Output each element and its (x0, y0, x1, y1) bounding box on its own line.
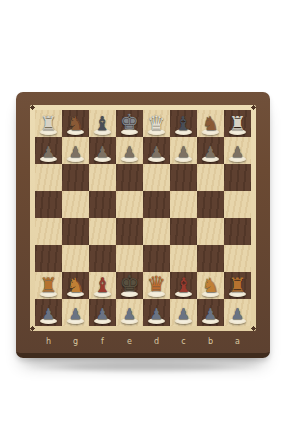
square-e5 (116, 218, 143, 245)
greek-pawn-glyph: ♟ (204, 145, 217, 160)
square-g6 (62, 245, 89, 272)
square-b7: ♞ (197, 272, 224, 299)
square-h8: ♟ (35, 299, 62, 326)
trojan-rook-tower-glyph: ♜ (40, 275, 58, 295)
square-f8: ♟ (89, 299, 116, 326)
square-b5 (197, 218, 224, 245)
greek-rook-ship-glyph: ♜ (229, 114, 246, 133)
trojan-pawn-glyph: ♟ (69, 307, 82, 322)
square-h3 (35, 164, 62, 191)
file-coordinates: hgfedcba (35, 336, 251, 348)
greek-pawn: ♟ (143, 137, 170, 164)
trojan-rook-tower-glyph: ♜ (229, 275, 247, 295)
trojan-king: ♚ (116, 272, 143, 299)
square-c7: ♝ (170, 272, 197, 299)
file-label-e: e (116, 336, 143, 348)
square-g2: ♟ (62, 137, 89, 164)
square-d5 (143, 218, 170, 245)
square-d8: ♟ (143, 299, 170, 326)
square-d1: ♛ (143, 110, 170, 137)
square-f2: ♟ (89, 137, 116, 164)
greek-pawn: ♟ (197, 137, 224, 164)
square-h4 (35, 191, 62, 218)
square-f5 (89, 218, 116, 245)
trojan-pawn: ♟ (116, 299, 143, 326)
square-b3 (197, 164, 224, 191)
greek-knight-trojan-horse-glyph: ♞ (202, 114, 219, 133)
greek-pawn-glyph: ♟ (96, 145, 109, 160)
square-g8: ♟ (62, 299, 89, 326)
greek-pawn: ♟ (116, 137, 143, 164)
square-c6 (170, 245, 197, 272)
trojan-pawn-glyph: ♟ (204, 307, 217, 322)
square-e8: ♟ (116, 299, 143, 326)
square-e7: ♚ (116, 272, 143, 299)
trojan-knight-horse-glyph: ♞ (67, 275, 85, 295)
product-photo-stage: ♜♞♝♚♛♝♞♜♟♟♟♟♟♟♟♟♜♞♝♚♛♝♞♜♟♟♟♟♟♟♟♟ hgfedcb… (0, 0, 287, 431)
square-d2: ♟ (143, 137, 170, 164)
square-f1: ♝ (89, 110, 116, 137)
square-h7: ♜ (35, 272, 62, 299)
square-g4 (62, 191, 89, 218)
square-a1: ♜ (224, 110, 251, 137)
square-b8: ♟ (197, 299, 224, 326)
square-h5 (35, 218, 62, 245)
square-f6 (89, 245, 116, 272)
square-b1: ♞ (197, 110, 224, 137)
file-label-f: f (89, 336, 116, 348)
greek-rook-ship: ♜ (224, 110, 251, 137)
square-a7: ♜ (224, 272, 251, 299)
square-a8: ♟ (224, 299, 251, 326)
square-b2: ♟ (197, 137, 224, 164)
square-a2: ♟ (224, 137, 251, 164)
greek-king: ♚ (116, 110, 143, 137)
square-c1: ♝ (170, 110, 197, 137)
trojan-pawn: ♟ (197, 299, 224, 326)
trojan-king-glyph: ♚ (120, 273, 140, 295)
square-a5 (224, 218, 251, 245)
file-label-g: g (62, 336, 89, 348)
trojan-pawn: ♟ (89, 299, 116, 326)
greek-bishop-glyph: ♝ (175, 114, 192, 133)
square-f4 (89, 191, 116, 218)
file-label-b: b (197, 336, 224, 348)
greek-pawn-glyph: ♟ (231, 145, 244, 160)
square-c8: ♟ (170, 299, 197, 326)
trojan-queen-glyph: ♛ (147, 274, 166, 295)
square-f7: ♝ (89, 272, 116, 299)
square-c2: ♟ (170, 137, 197, 164)
greek-king-glyph: ♚ (120, 112, 139, 133)
greek-pawn-glyph: ♟ (177, 145, 190, 160)
square-d4 (143, 191, 170, 218)
square-g1: ♞ (62, 110, 89, 137)
trojan-pawn: ♟ (143, 299, 170, 326)
file-label-h: h (35, 336, 62, 348)
greek-pawn-glyph: ♟ (123, 145, 136, 160)
greek-pawn-glyph: ♟ (69, 145, 82, 160)
square-c4 (170, 191, 197, 218)
trojan-knight-horse: ♞ (62, 272, 89, 299)
greek-pawn-glyph: ♟ (150, 145, 163, 160)
greek-pawn: ♟ (224, 137, 251, 164)
square-d7: ♛ (143, 272, 170, 299)
square-h2: ♟ (35, 137, 62, 164)
trojan-bishop: ♝ (89, 272, 116, 299)
trojan-bishop: ♝ (170, 272, 197, 299)
square-g5 (62, 218, 89, 245)
greek-rook-ship-glyph: ♜ (40, 114, 57, 133)
trojan-queen: ♛ (143, 272, 170, 299)
greek-pawn: ♟ (170, 137, 197, 164)
trojan-pawn: ♟ (170, 299, 197, 326)
trojan-pawn-glyph: ♟ (231, 307, 244, 322)
square-g7: ♞ (62, 272, 89, 299)
trojan-rook-tower: ♜ (224, 272, 251, 299)
square-f3 (89, 164, 116, 191)
square-a6 (224, 245, 251, 272)
greek-rook-ship: ♜ (35, 110, 62, 137)
square-d6 (143, 245, 170, 272)
trojan-pawn-glyph: ♟ (177, 307, 190, 322)
greek-pawn-glyph: ♟ (42, 145, 55, 160)
trojan-knight-horse-glyph: ♞ (202, 275, 220, 295)
trojan-pawn-glyph: ♟ (96, 307, 109, 322)
greek-knight-trojan-horse-glyph: ♞ (67, 114, 84, 133)
trojan-rook-tower: ♜ (35, 272, 62, 299)
trojan-pawn-glyph: ♟ (42, 307, 55, 322)
greek-bishop: ♝ (89, 110, 116, 137)
chess-board: ♜♞♝♚♛♝♞♜♟♟♟♟♟♟♟♟♜♞♝♚♛♝♞♜♟♟♟♟♟♟♟♟ hgfedcb… (16, 92, 270, 358)
greek-bishop: ♝ (170, 110, 197, 137)
square-e1: ♚ (116, 110, 143, 137)
greek-pawn: ♟ (89, 137, 116, 164)
square-c5 (170, 218, 197, 245)
greek-knight-trojan-horse: ♞ (62, 110, 89, 137)
square-g3 (62, 164, 89, 191)
trojan-pawn-glyph: ♟ (123, 307, 136, 322)
square-e2: ♟ (116, 137, 143, 164)
greek-queen-white-dress-glyph: ♛ (148, 113, 166, 133)
board-inlay-frame: ♜♞♝♚♛♝♞♜♟♟♟♟♟♟♟♟♜♞♝♚♛♝♞♜♟♟♟♟♟♟♟♟ (30, 105, 256, 331)
square-h6 (35, 245, 62, 272)
greek-bishop-glyph: ♝ (94, 114, 111, 133)
trojan-pawn: ♟ (35, 299, 62, 326)
trojan-bishop-glyph: ♝ (175, 275, 193, 295)
square-b4 (197, 191, 224, 218)
board-shadow (26, 362, 262, 372)
trojan-pawn: ♟ (62, 299, 89, 326)
square-h1: ♜ (35, 110, 62, 137)
board-grid: ♜♞♝♚♛♝♞♜♟♟♟♟♟♟♟♟♜♞♝♚♛♝♞♜♟♟♟♟♟♟♟♟ (35, 110, 251, 326)
square-e4 (116, 191, 143, 218)
greek-pawn: ♟ (35, 137, 62, 164)
square-a3 (224, 164, 251, 191)
trojan-pawn-glyph: ♟ (150, 307, 163, 322)
trojan-pawn: ♟ (224, 299, 251, 326)
greek-knight-trojan-horse: ♞ (197, 110, 224, 137)
square-d3 (143, 164, 170, 191)
greek-pawn: ♟ (62, 137, 89, 164)
trojan-bishop-glyph: ♝ (94, 275, 112, 295)
square-e3 (116, 164, 143, 191)
file-label-a: a (224, 336, 251, 348)
square-c3 (170, 164, 197, 191)
file-label-c: c (170, 336, 197, 348)
square-b6 (197, 245, 224, 272)
trojan-knight-horse: ♞ (197, 272, 224, 299)
greek-queen-white-dress: ♛ (143, 110, 170, 137)
square-e6 (116, 245, 143, 272)
file-label-d: d (143, 336, 170, 348)
square-a4 (224, 191, 251, 218)
